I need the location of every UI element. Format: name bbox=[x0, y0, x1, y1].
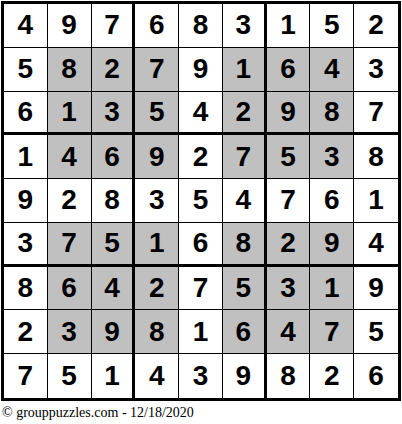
cell-r8c4[interactable]: 8 bbox=[135, 310, 179, 354]
cell-r7c3[interactable]: 4 bbox=[92, 267, 136, 311]
cell-r7c7[interactable]: 3 bbox=[267, 267, 311, 311]
cell-r4c4[interactable]: 9 bbox=[135, 135, 179, 179]
cell-r4c7[interactable]: 5 bbox=[267, 135, 311, 179]
cell-r9c1[interactable]: 7 bbox=[4, 354, 48, 398]
cell-r3c3[interactable]: 3 bbox=[92, 92, 136, 136]
cell-r3c2[interactable]: 1 bbox=[48, 92, 92, 136]
cell-r8c8[interactable]: 7 bbox=[310, 310, 354, 354]
cell-r5c6[interactable]: 4 bbox=[223, 179, 267, 223]
cell-r7c1[interactable]: 8 bbox=[4, 267, 48, 311]
cell-r2c9[interactable]: 3 bbox=[354, 48, 398, 92]
cell-r6c9[interactable]: 4 bbox=[354, 223, 398, 267]
cell-r1c2[interactable]: 9 bbox=[48, 4, 92, 48]
cell-r9c2[interactable]: 5 bbox=[48, 354, 92, 398]
cell-r6c8[interactable]: 9 bbox=[310, 223, 354, 267]
cell-r9c7[interactable]: 8 bbox=[267, 354, 311, 398]
cell-r2c2[interactable]: 8 bbox=[48, 48, 92, 92]
cell-r6c6[interactable]: 8 bbox=[223, 223, 267, 267]
cell-r7c4[interactable]: 2 bbox=[135, 267, 179, 311]
cell-r2c5[interactable]: 9 bbox=[179, 48, 223, 92]
cell-r9c9[interactable]: 6 bbox=[354, 354, 398, 398]
cell-r2c7[interactable]: 6 bbox=[267, 48, 311, 92]
cell-r3c8[interactable]: 8 bbox=[310, 92, 354, 136]
cell-r5c9[interactable]: 1 bbox=[354, 179, 398, 223]
cell-r5c8[interactable]: 6 bbox=[310, 179, 354, 223]
cell-r5c2[interactable]: 2 bbox=[48, 179, 92, 223]
cell-r6c3[interactable]: 5 bbox=[92, 223, 136, 267]
cell-r9c4[interactable]: 4 bbox=[135, 354, 179, 398]
cell-r3c9[interactable]: 7 bbox=[354, 92, 398, 136]
cell-r7c8[interactable]: 1 bbox=[310, 267, 354, 311]
cell-r8c9[interactable]: 5 bbox=[354, 310, 398, 354]
cell-r1c4[interactable]: 6 bbox=[135, 4, 179, 48]
cell-r4c2[interactable]: 4 bbox=[48, 135, 92, 179]
cell-r8c2[interactable]: 3 bbox=[48, 310, 92, 354]
cell-r1c8[interactable]: 5 bbox=[310, 4, 354, 48]
cell-r7c2[interactable]: 6 bbox=[48, 267, 92, 311]
cell-r7c9[interactable]: 9 bbox=[354, 267, 398, 311]
cell-r2c6[interactable]: 1 bbox=[223, 48, 267, 92]
cell-r2c4[interactable]: 7 bbox=[135, 48, 179, 92]
cell-r1c1[interactable]: 4 bbox=[4, 4, 48, 48]
cell-r4c5[interactable]: 2 bbox=[179, 135, 223, 179]
cell-r3c4[interactable]: 5 bbox=[135, 92, 179, 136]
cell-r9c5[interactable]: 3 bbox=[179, 354, 223, 398]
sudoku-board: 4976831525827916436135429871469275389283… bbox=[1, 1, 401, 401]
cell-r5c1[interactable]: 9 bbox=[4, 179, 48, 223]
cell-r4c8[interactable]: 3 bbox=[310, 135, 354, 179]
cell-r9c6[interactable]: 9 bbox=[223, 354, 267, 398]
cell-r5c4[interactable]: 3 bbox=[135, 179, 179, 223]
cell-r4c6[interactable]: 7 bbox=[223, 135, 267, 179]
cell-r1c9[interactable]: 2 bbox=[354, 4, 398, 48]
cell-r1c6[interactable]: 3 bbox=[223, 4, 267, 48]
cell-r6c4[interactable]: 1 bbox=[135, 223, 179, 267]
cell-r1c3[interactable]: 7 bbox=[92, 4, 136, 48]
cell-r8c7[interactable]: 4 bbox=[267, 310, 311, 354]
cell-r6c2[interactable]: 7 bbox=[48, 223, 92, 267]
cell-r4c9[interactable]: 8 bbox=[354, 135, 398, 179]
cell-r8c3[interactable]: 9 bbox=[92, 310, 136, 354]
puzzle-page: 4976831525827916436135429871469275389283… bbox=[0, 0, 402, 424]
cell-r8c5[interactable]: 1 bbox=[179, 310, 223, 354]
cell-r6c7[interactable]: 2 bbox=[267, 223, 311, 267]
cell-r2c3[interactable]: 2 bbox=[92, 48, 136, 92]
copyright-text: © grouppuzzles.com - 12/18/2020 bbox=[2, 405, 402, 421]
cell-r7c6[interactable]: 5 bbox=[223, 267, 267, 311]
cell-r1c7[interactable]: 1 bbox=[267, 4, 311, 48]
cell-r9c8[interactable]: 2 bbox=[310, 354, 354, 398]
cell-r3c5[interactable]: 4 bbox=[179, 92, 223, 136]
cell-r3c1[interactable]: 6 bbox=[4, 92, 48, 136]
cell-r6c5[interactable]: 6 bbox=[179, 223, 223, 267]
cell-r9c3[interactable]: 1 bbox=[92, 354, 136, 398]
cell-r4c1[interactable]: 1 bbox=[4, 135, 48, 179]
cell-r4c3[interactable]: 6 bbox=[92, 135, 136, 179]
cell-r5c3[interactable]: 8 bbox=[92, 179, 136, 223]
cell-r5c7[interactable]: 7 bbox=[267, 179, 311, 223]
cell-r8c1[interactable]: 2 bbox=[4, 310, 48, 354]
cell-r2c1[interactable]: 5 bbox=[4, 48, 48, 92]
cell-r1c5[interactable]: 8 bbox=[179, 4, 223, 48]
cell-r3c7[interactable]: 9 bbox=[267, 92, 311, 136]
cell-r2c8[interactable]: 4 bbox=[310, 48, 354, 92]
cell-r5c5[interactable]: 5 bbox=[179, 179, 223, 223]
cell-r7c5[interactable]: 7 bbox=[179, 267, 223, 311]
cell-r3c6[interactable]: 2 bbox=[223, 92, 267, 136]
cell-r6c1[interactable]: 3 bbox=[4, 223, 48, 267]
cell-r8c6[interactable]: 6 bbox=[223, 310, 267, 354]
